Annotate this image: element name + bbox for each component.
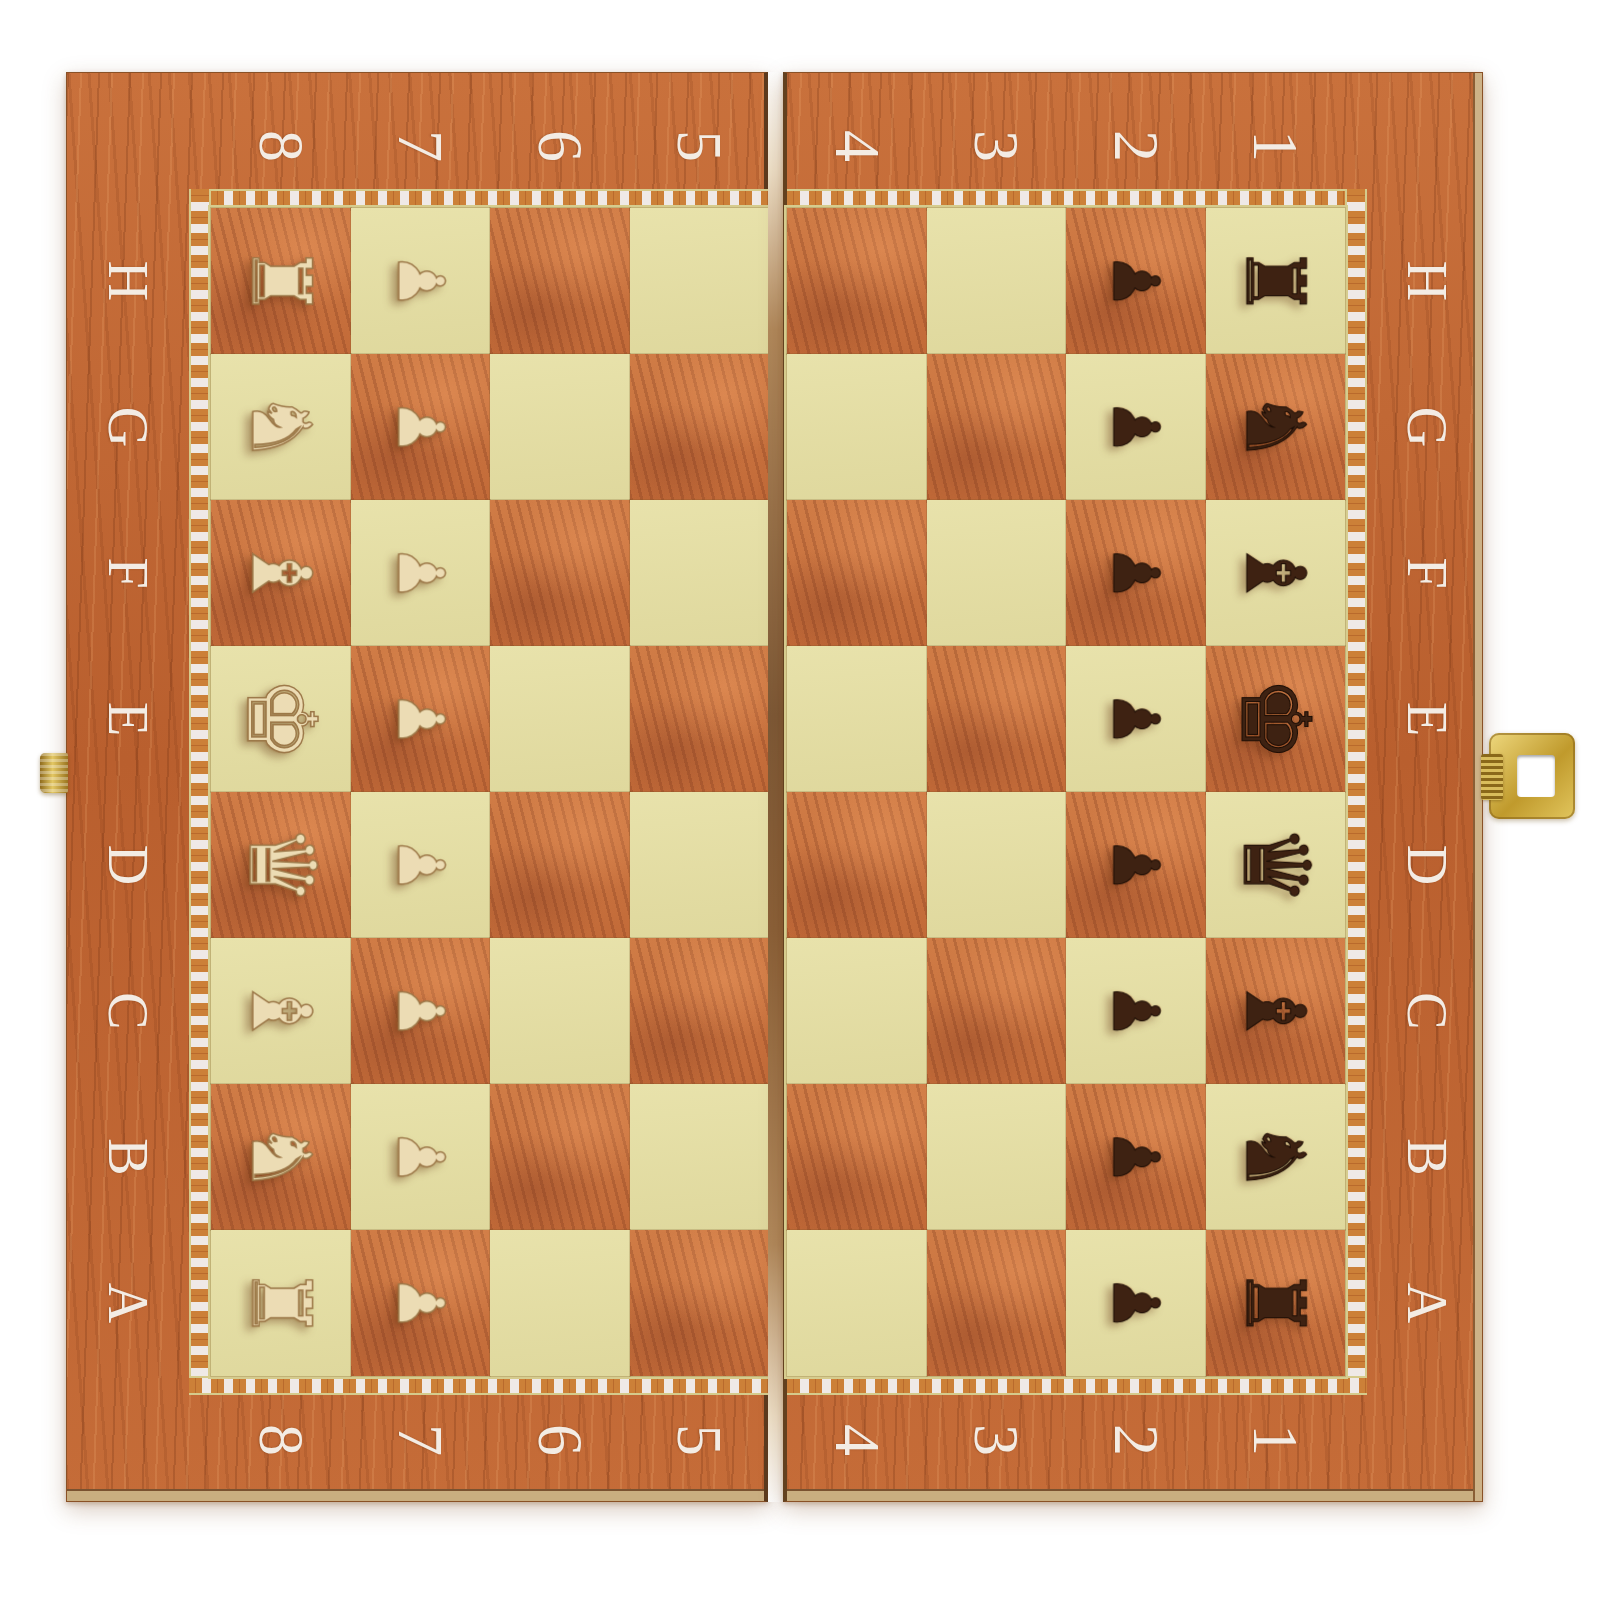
- black-queen-d1: ♛: [1229, 824, 1321, 906]
- square-e2: ♟: [1066, 646, 1206, 792]
- square-c8: ♝: [211, 938, 351, 1084]
- coordinate-slot: A: [1367, 1230, 1487, 1376]
- rank-numbers-top-left: 8765: [211, 73, 769, 189]
- coordinate-slot: 8: [211, 1403, 351, 1477]
- coordinate-slot: G: [1367, 354, 1487, 500]
- file-letters-right: HGFEDCBA: [1367, 208, 1487, 1376]
- white-bishop-f8: ♝: [240, 536, 322, 610]
- coordinate-label: 4: [820, 130, 894, 162]
- coordinate-label: D: [96, 845, 160, 885]
- coordinate-label: 5: [662, 1424, 736, 1456]
- board-side-edge: [67, 1489, 764, 1501]
- white-knight-g8: ♞: [240, 390, 322, 464]
- square-a7: ♟: [351, 1230, 491, 1376]
- clasp-latch-tab: [1481, 754, 1503, 800]
- coordinate-slot: E: [1367, 646, 1487, 792]
- black-pawn-e2: ♟: [1104, 690, 1168, 747]
- white-pawn-c7: ♟: [388, 982, 452, 1039]
- white-pawn-a7: ♟: [388, 1274, 452, 1331]
- brass-hinge-pin: [40, 753, 68, 793]
- square-b1: ♞: [1206, 1084, 1346, 1230]
- square-a4: [787, 1230, 927, 1376]
- square-g8: ♞: [211, 354, 351, 500]
- coordinate-slot: 3: [927, 1403, 1067, 1477]
- coordinate-slot: D: [67, 792, 189, 938]
- coordinate-label: 7: [383, 1424, 457, 1456]
- coordinate-label: 5: [662, 130, 736, 162]
- square-h5: [630, 208, 770, 354]
- square-a1: ♜: [1206, 1230, 1346, 1376]
- coordinate-slot: B: [1367, 1084, 1487, 1230]
- coordinate-slot: F: [1367, 500, 1487, 646]
- coordinate-label: D: [1395, 845, 1459, 885]
- black-knight-g1: ♞: [1234, 390, 1316, 464]
- board-right-leaf: 4321 HGFEDCBA ♟♜♟♞♟♝♟♚♟♛♟♝♟♞♟♜ 4321: [783, 72, 1483, 1502]
- black-pawn-c2: ♟: [1104, 982, 1168, 1039]
- coordinate-slot: H: [1367, 208, 1487, 354]
- product-photo: 8765 HGFEDCBA ♜♟♞♟♝♟♚♟♛♟♝♟♞♟♜♟ 8765 4321…: [0, 0, 1601, 1601]
- black-rook-a1: ♜: [1234, 1266, 1316, 1340]
- coordinate-slot: G: [67, 354, 189, 500]
- coordinate-label: F: [96, 557, 160, 588]
- clasp-hole: [1517, 755, 1555, 797]
- coordinate-label: 6: [523, 1424, 597, 1456]
- coordinate-label: 1: [1238, 130, 1312, 162]
- square-f1: ♝: [1206, 500, 1346, 646]
- square-e8: ♚: [211, 646, 351, 792]
- border-strip-bottom: [189, 1376, 769, 1395]
- coordinate-label: 6: [523, 130, 597, 162]
- coordinate-label: G: [96, 407, 160, 447]
- square-h1: ♜: [1206, 208, 1346, 354]
- coordinate-slot: 7: [351, 109, 491, 183]
- black-knight-b1: ♞: [1234, 1120, 1316, 1194]
- coordinate-label: 4: [820, 1424, 894, 1456]
- coordinate-slot: 4: [787, 109, 927, 183]
- square-f7: ♟: [351, 500, 491, 646]
- square-e6: [490, 646, 630, 792]
- black-rook-h1: ♜: [1234, 244, 1316, 318]
- white-pawn-h7: ♟: [388, 252, 452, 309]
- coordinate-slot: 2: [1066, 109, 1206, 183]
- border-strip-left: [189, 189, 211, 1395]
- square-a3: [927, 1230, 1067, 1376]
- square-h8: ♜: [211, 208, 351, 354]
- file-letters-left: HGFEDCBA: [67, 208, 189, 1376]
- square-d3: [927, 792, 1067, 938]
- border-strip-top: [189, 189, 769, 208]
- square-f2: ♟: [1066, 500, 1206, 646]
- square-c6: [490, 938, 630, 1084]
- square-g6: [490, 354, 630, 500]
- coordinate-slot: A: [67, 1230, 189, 1376]
- white-queen-d8: ♛: [235, 824, 327, 906]
- coordinate-slot: C: [67, 938, 189, 1084]
- white-pawn-f7: ♟: [388, 544, 452, 601]
- border-strip-right: [1345, 189, 1367, 1395]
- square-d7: ♟: [351, 792, 491, 938]
- square-h6: [490, 208, 630, 354]
- coordinate-slot: 6: [490, 1403, 630, 1477]
- square-f8: ♝: [211, 500, 351, 646]
- white-pawn-b7: ♟: [388, 1128, 452, 1185]
- coordinate-label: 2: [1099, 130, 1173, 162]
- square-g4: [787, 354, 927, 500]
- square-g5: [630, 354, 770, 500]
- square-b6: [490, 1084, 630, 1230]
- square-e3: [927, 646, 1067, 792]
- square-b7: ♟: [351, 1084, 491, 1230]
- square-g2: ♟: [1066, 354, 1206, 500]
- coordinate-slot: 2: [1066, 1403, 1206, 1477]
- coordinate-slot: 8: [211, 109, 351, 183]
- coordinate-label: B: [1395, 1138, 1459, 1175]
- square-e1: ♚: [1206, 646, 1346, 792]
- square-d6: [490, 792, 630, 938]
- black-pawn-a2: ♟: [1104, 1274, 1168, 1331]
- hinge-gap: [768, 72, 783, 1502]
- coordinate-slot: 1: [1206, 1403, 1346, 1477]
- square-d4: [787, 792, 927, 938]
- square-d1: ♛: [1206, 792, 1346, 938]
- coordinate-label: 7: [383, 130, 457, 162]
- white-bishop-c8: ♝: [240, 974, 322, 1048]
- coordinate-label: B: [96, 1138, 160, 1175]
- coordinate-slot: B: [67, 1084, 189, 1230]
- white-pawn-d7: ♟: [388, 836, 452, 893]
- coordinate-label: G: [1395, 407, 1459, 447]
- coordinate-label: E: [1395, 702, 1459, 736]
- coordinate-slot: 5: [630, 1403, 770, 1477]
- square-c2: ♟: [1066, 938, 1206, 1084]
- square-g1: ♞: [1206, 354, 1346, 500]
- coordinate-slot: 7: [351, 1403, 491, 1477]
- square-a5: [630, 1230, 770, 1376]
- coordinate-label: 3: [959, 1424, 1033, 1456]
- square-e7: ♟: [351, 646, 491, 792]
- square-c7: ♟: [351, 938, 491, 1084]
- coordinate-label: 8: [244, 1424, 318, 1456]
- board-left-squares: ♜♟♞♟♝♟♚♟♛♟♝♟♞♟♜♟: [211, 208, 769, 1376]
- square-f3: [927, 500, 1067, 646]
- square-c4: [787, 938, 927, 1084]
- coordinate-slot: 5: [630, 109, 770, 183]
- black-bishop-c1: ♝: [1234, 974, 1316, 1048]
- square-c3: [927, 938, 1067, 1084]
- rank-numbers-bottom-left: 8765: [211, 1395, 769, 1493]
- square-f6: [490, 500, 630, 646]
- square-h4: [787, 208, 927, 354]
- coordinate-label: 1: [1238, 1424, 1312, 1456]
- coordinate-label: 2: [1099, 1424, 1173, 1456]
- square-h3: [927, 208, 1067, 354]
- black-pawn-h2: ♟: [1104, 252, 1168, 309]
- square-b3: [927, 1084, 1067, 1230]
- black-pawn-d2: ♟: [1104, 836, 1168, 893]
- square-g3: [927, 354, 1067, 500]
- coordinate-label: 3: [959, 130, 1033, 162]
- board-left-leaf: 8765 HGFEDCBA ♜♟♞♟♝♟♚♟♛♟♝♟♞♟♜♟ 8765: [66, 72, 768, 1502]
- border-strip-bottom: [787, 1376, 1367, 1395]
- white-king-e8: ♚: [233, 676, 329, 762]
- rank-numbers-top-right: 4321: [787, 73, 1345, 189]
- square-f4: [787, 500, 927, 646]
- white-knight-b8: ♞: [240, 1120, 322, 1194]
- square-f5: [630, 500, 770, 646]
- coordinate-slot: 4: [787, 1403, 927, 1477]
- square-a8: ♜: [211, 1230, 351, 1376]
- white-rook-a8: ♜: [240, 1266, 322, 1340]
- coordinate-label: H: [96, 261, 160, 301]
- square-c5: [630, 938, 770, 1084]
- square-b2: ♟: [1066, 1084, 1206, 1230]
- black-pawn-b2: ♟: [1104, 1128, 1168, 1185]
- coordinate-slot: 3: [927, 109, 1067, 183]
- square-a2: ♟: [1066, 1230, 1206, 1376]
- coordinate-label: C: [96, 992, 160, 1029]
- board-right-squares: ♟♜♟♞♟♝♟♚♟♛♟♝♟♞♟♜: [787, 208, 1345, 1376]
- border-strip-top: [787, 189, 1367, 208]
- coordinate-label: H: [1395, 261, 1459, 301]
- black-bishop-f1: ♝: [1234, 536, 1316, 610]
- coordinate-slot: C: [1367, 938, 1487, 1084]
- coordinate-slot: F: [67, 500, 189, 646]
- brass-clasp: [1481, 733, 1575, 819]
- square-d5: [630, 792, 770, 938]
- square-h7: ♟: [351, 208, 491, 354]
- coordinate-label: F: [1395, 557, 1459, 588]
- board-side-edge: [787, 1489, 1482, 1501]
- square-b8: ♞: [211, 1084, 351, 1230]
- square-d2: ♟: [1066, 792, 1206, 938]
- coordinate-label: C: [1395, 992, 1459, 1029]
- square-h2: ♟: [1066, 208, 1206, 354]
- coordinate-slot: E: [67, 646, 189, 792]
- square-b5: [630, 1084, 770, 1230]
- coordinate-label: A: [96, 1283, 160, 1323]
- rank-numbers-bottom-right: 4321: [787, 1395, 1345, 1493]
- square-a6: [490, 1230, 630, 1376]
- square-b4: [787, 1084, 927, 1230]
- coordinate-label: A: [1395, 1283, 1459, 1323]
- coordinate-label: 8: [244, 130, 318, 162]
- square-c1: ♝: [1206, 938, 1346, 1084]
- square-g7: ♟: [351, 354, 491, 500]
- coordinate-slot: D: [1367, 792, 1487, 938]
- coordinate-label: E: [96, 702, 160, 736]
- coordinate-slot: 6: [490, 109, 630, 183]
- coordinate-slot: H: [67, 208, 189, 354]
- black-pawn-f2: ♟: [1104, 544, 1168, 601]
- black-pawn-g2: ♟: [1104, 398, 1168, 455]
- coordinate-slot: 1: [1206, 109, 1346, 183]
- white-pawn-g7: ♟: [388, 398, 452, 455]
- white-pawn-e7: ♟: [388, 690, 452, 747]
- square-d8: ♛: [211, 792, 351, 938]
- square-e5: [630, 646, 770, 792]
- square-e4: [787, 646, 927, 792]
- black-king-e1: ♚: [1227, 676, 1323, 762]
- white-rook-h8: ♜: [240, 244, 322, 318]
